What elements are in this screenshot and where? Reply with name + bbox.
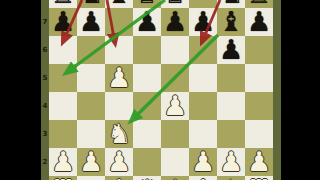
black-bishop-c8[interactable]: ♝ [107, 0, 131, 8]
square-c5[interactable]: ♟ [105, 64, 133, 92]
rank-label-4: 4 [41, 92, 49, 120]
white-pawn-e4[interactable]: ♟ [163, 92, 187, 120]
square-e6[interactable] [161, 36, 189, 64]
white-rook-a1[interactable]: ♜ [51, 176, 75, 180]
square-a1[interactable]: ♜ [49, 176, 77, 180]
square-e4[interactable]: ♟ [161, 92, 189, 120]
white-pawn-b2[interactable]: ♟ [79, 148, 103, 176]
square-f6[interactable] [189, 36, 217, 64]
white-pawn-c2[interactable]: ♟ [107, 148, 131, 176]
square-d3[interactable] [133, 120, 161, 148]
square-f5[interactable] [189, 64, 217, 92]
square-a2[interactable]: ♟ [49, 148, 77, 176]
square-b2[interactable]: ♟ [77, 148, 105, 176]
square-g1[interactable]: ♞ [217, 176, 245, 180]
square-h1[interactable]: ♜ [245, 176, 273, 180]
video-frame: 87654321 ♜♞♝♛♚♞♜♟♟♟♟♟♝♟♟♟♟♞♟♟♟♟♟♟♜♝♛♚♝♞♜ [0, 0, 320, 180]
black-pawn-d7[interactable]: ♟ [135, 8, 159, 36]
square-b1[interactable] [77, 176, 105, 180]
square-b7[interactable]: ♟ [77, 8, 105, 36]
square-b6[interactable] [77, 36, 105, 64]
square-d1[interactable]: ♛ [133, 176, 161, 180]
square-d6[interactable] [133, 36, 161, 64]
letterbox-left [0, 0, 41, 180]
white-queen-d1[interactable]: ♛ [135, 176, 159, 180]
square-g5[interactable] [217, 64, 245, 92]
rank-label-7: 7 [41, 8, 49, 36]
square-d7[interactable]: ♟ [133, 8, 161, 36]
black-pawn-h7[interactable]: ♟ [247, 8, 271, 36]
square-h6[interactable] [245, 36, 273, 64]
square-h3[interactable] [245, 120, 273, 148]
white-rook-h1[interactable]: ♜ [247, 176, 271, 180]
letterbox-right [281, 0, 320, 180]
square-c3[interactable]: ♞ [105, 120, 133, 148]
square-c8[interactable]: ♝ [105, 0, 133, 8]
rank-label-8: 8 [41, 0, 49, 8]
square-f1[interactable]: ♝ [189, 176, 217, 180]
rank-label-5: 5 [41, 64, 49, 92]
square-a6[interactable] [49, 36, 77, 64]
square-b4[interactable] [77, 92, 105, 120]
rank-label-2: 2 [41, 148, 49, 176]
square-c2[interactable]: ♟ [105, 148, 133, 176]
white-bishop-f1[interactable]: ♝ [191, 176, 215, 180]
square-d5[interactable] [133, 64, 161, 92]
square-g7[interactable]: ♝ [217, 8, 245, 36]
white-bishop-c1[interactable]: ♝ [107, 176, 131, 180]
white-pawn-h2[interactable]: ♟ [247, 148, 271, 176]
rank-label-1: 1 [41, 176, 49, 180]
square-a7[interactable]: ♟ [49, 8, 77, 36]
white-knight-c3[interactable]: ♞ [107, 120, 131, 148]
square-e2[interactable] [161, 148, 189, 176]
black-pawn-a7[interactable]: ♟ [51, 8, 75, 36]
square-b3[interactable] [77, 120, 105, 148]
square-e5[interactable] [161, 64, 189, 92]
square-f7[interactable]: ♟ [189, 8, 217, 36]
square-h4[interactable] [245, 92, 273, 120]
white-pawn-a2[interactable]: ♟ [51, 148, 75, 176]
board: ♜♞♝♛♚♞♜♟♟♟♟♟♝♟♟♟♟♞♟♟♟♟♟♟♜♝♛♚♝♞♜ [49, 0, 273, 180]
square-c7[interactable] [105, 8, 133, 36]
square-f2[interactable]: ♟ [189, 148, 217, 176]
black-pawn-b7[interactable]: ♟ [79, 8, 103, 36]
black-bishop-g7[interactable]: ♝ [219, 8, 243, 36]
square-d2[interactable] [133, 148, 161, 176]
square-g4[interactable] [217, 92, 245, 120]
black-pawn-g6[interactable]: ♟ [219, 36, 243, 64]
square-b5[interactable] [77, 64, 105, 92]
square-f3[interactable] [189, 120, 217, 148]
square-c6[interactable] [105, 36, 133, 64]
square-a4[interactable] [49, 92, 77, 120]
black-pawn-f7[interactable]: ♟ [191, 8, 215, 36]
rank-label-3: 3 [41, 120, 49, 148]
white-pawn-g2[interactable]: ♟ [219, 148, 243, 176]
board-frame: 87654321 ♜♞♝♛♚♞♜♟♟♟♟♟♝♟♟♟♟♞♟♟♟♟♟♟♜♝♛♚♝♞♜ [41, 0, 281, 180]
square-a3[interactable] [49, 120, 77, 148]
white-knight-g1[interactable]: ♞ [219, 176, 243, 180]
white-pawn-c5[interactable]: ♟ [107, 64, 131, 92]
rank-label-6: 6 [41, 36, 49, 64]
square-g6[interactable]: ♟ [217, 36, 245, 64]
square-h5[interactable] [245, 64, 273, 92]
square-d4[interactable] [133, 92, 161, 120]
square-e7[interactable]: ♟ [161, 8, 189, 36]
square-h7[interactable]: ♟ [245, 8, 273, 36]
black-pawn-e7[interactable]: ♟ [163, 8, 187, 36]
square-e3[interactable] [161, 120, 189, 148]
square-h2[interactable]: ♟ [245, 148, 273, 176]
square-g2[interactable]: ♟ [217, 148, 245, 176]
white-pawn-f2[interactable]: ♟ [191, 148, 215, 176]
square-f4[interactable] [189, 92, 217, 120]
square-g3[interactable] [217, 120, 245, 148]
square-c1[interactable]: ♝ [105, 176, 133, 180]
white-king-e1[interactable]: ♚ [163, 176, 187, 180]
square-a5[interactable] [49, 64, 77, 92]
square-c4[interactable] [105, 92, 133, 120]
square-e1[interactable]: ♚ [161, 176, 189, 180]
